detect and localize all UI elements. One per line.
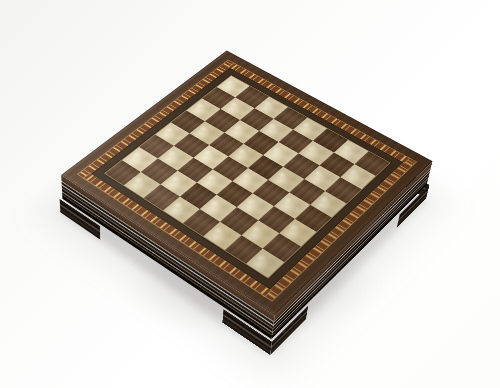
square[interactable] <box>232 168 268 194</box>
square[interactable] <box>200 195 237 222</box>
square[interactable] <box>273 192 310 219</box>
square[interactable] <box>160 171 196 197</box>
square[interactable] <box>253 180 289 206</box>
square[interactable] <box>257 206 294 233</box>
square[interactable] <box>289 179 325 205</box>
square[interactable] <box>180 183 216 209</box>
square[interactable] <box>196 169 232 195</box>
photo-scene <box>0 0 500 388</box>
square[interactable] <box>241 220 279 248</box>
square[interactable] <box>304 165 340 190</box>
